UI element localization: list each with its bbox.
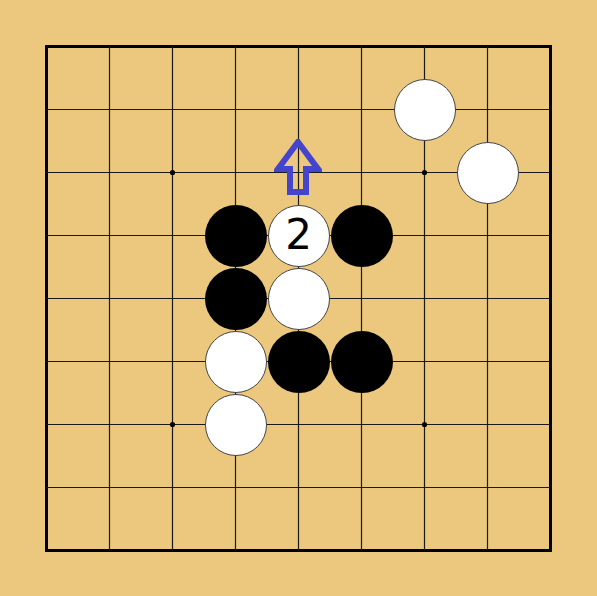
black-stone — [268, 331, 330, 393]
board-cell-r4c0[interactable] — [15, 267, 78, 330]
board-cell-r5c2[interactable] — [141, 330, 204, 393]
board-cell-r3c1[interactable] — [78, 204, 141, 267]
board-cell-r7c7[interactable] — [456, 456, 519, 519]
board-cell-r0c7[interactable] — [456, 15, 519, 78]
board-cell-r6c5[interactable] — [330, 393, 393, 456]
board-cell-r5c7[interactable] — [456, 330, 519, 393]
board-cell-r2c3[interactable] — [204, 141, 267, 204]
board-cell-r4c2[interactable] — [141, 267, 204, 330]
board-cell-r3c0[interactable] — [15, 204, 78, 267]
board-cell-r6c2[interactable] — [141, 393, 204, 456]
board-cell-r4c1[interactable] — [78, 267, 141, 330]
board-cell-r1c7[interactable] — [456, 78, 519, 141]
board-cell-r6c6[interactable] — [393, 393, 456, 456]
board-cell-r1c2[interactable] — [141, 78, 204, 141]
board-cell-r4c4[interactable] — [267, 267, 330, 330]
board-cell-r1c4[interactable] — [267, 78, 330, 141]
board-cell-r3c8[interactable] — [519, 204, 582, 267]
board-cell-r7c0[interactable] — [15, 456, 78, 519]
board-cell-r5c5[interactable] — [330, 330, 393, 393]
board-cell-r1c8[interactable] — [519, 78, 582, 141]
board-cell-r5c1[interactable] — [78, 330, 141, 393]
board-cell-r2c8[interactable] — [519, 141, 582, 204]
board-cell-r7c6[interactable] — [393, 456, 456, 519]
board-cell-r4c5[interactable] — [330, 267, 393, 330]
board-cell-r2c0[interactable] — [15, 141, 78, 204]
board-cell-r0c4[interactable] — [267, 15, 330, 78]
board-cell-r0c8[interactable] — [519, 15, 582, 78]
board-cell-r5c8[interactable] — [519, 330, 582, 393]
board-cell-r5c6[interactable] — [393, 330, 456, 393]
board-cell-r0c5[interactable] — [330, 15, 393, 78]
white-stone — [457, 142, 519, 204]
board-cell-r6c3[interactable] — [204, 393, 267, 456]
black-stone — [205, 205, 267, 267]
board-cell-r8c0[interactable] — [15, 519, 78, 582]
board-cell-r3c4[interactable]: 2 — [267, 204, 330, 267]
board-cell-r3c3[interactable] — [204, 204, 267, 267]
board-cell-r8c5[interactable] — [330, 519, 393, 582]
black-stone — [205, 268, 267, 330]
board-cell-r1c5[interactable] — [330, 78, 393, 141]
board-cell-r4c3[interactable] — [204, 267, 267, 330]
board-cell-r5c0[interactable] — [15, 330, 78, 393]
board-cell-r7c3[interactable] — [204, 456, 267, 519]
board-cell-r2c2[interactable] — [141, 141, 204, 204]
white-stone-move-2: 2 — [268, 205, 330, 267]
black-stone — [331, 205, 393, 267]
go-board-diagram: 2 — [0, 0, 597, 596]
board-cell-r5c3[interactable] — [204, 330, 267, 393]
board-intersections: 2 — [15, 15, 582, 582]
board-cell-r1c1[interactable] — [78, 78, 141, 141]
board-cell-r0c6[interactable] — [393, 15, 456, 78]
board-cell-r7c2[interactable] — [141, 456, 204, 519]
board-cell-r2c5[interactable] — [330, 141, 393, 204]
board-cell-r1c0[interactable] — [15, 78, 78, 141]
board-cell-r4c8[interactable] — [519, 267, 582, 330]
white-stone — [205, 394, 267, 456]
board-cell-r8c7[interactable] — [456, 519, 519, 582]
board-cell-r8c6[interactable] — [393, 519, 456, 582]
board-cell-r0c3[interactable] — [204, 15, 267, 78]
board-cell-r4c6[interactable] — [393, 267, 456, 330]
board-cell-r2c7[interactable] — [456, 141, 519, 204]
board-cell-r0c0[interactable] — [15, 15, 78, 78]
board-cell-r8c8[interactable] — [519, 519, 582, 582]
board-cell-r1c3[interactable] — [204, 78, 267, 141]
move-number-label: 2 — [285, 214, 312, 258]
arrow-up-icon — [274, 139, 322, 196]
board-cell-r7c8[interactable] — [519, 456, 582, 519]
board-cell-r2c6[interactable] — [393, 141, 456, 204]
board-cell-r8c2[interactable] — [141, 519, 204, 582]
board-cell-r6c4[interactable] — [267, 393, 330, 456]
board-cell-r8c1[interactable] — [78, 519, 141, 582]
board-cell-r7c1[interactable] — [78, 456, 141, 519]
board-cell-r3c6[interactable] — [393, 204, 456, 267]
white-stone — [394, 79, 456, 141]
board-cell-r0c2[interactable] — [141, 15, 204, 78]
board-cell-r8c4[interactable] — [267, 519, 330, 582]
board-cell-r6c0[interactable] — [15, 393, 78, 456]
board-cell-r6c8[interactable] — [519, 393, 582, 456]
board-cell-r4c7[interactable] — [456, 267, 519, 330]
board-cell-r6c1[interactable] — [78, 393, 141, 456]
board-cell-r2c1[interactable] — [78, 141, 141, 204]
board-cell-r3c2[interactable] — [141, 204, 204, 267]
black-stone — [331, 331, 393, 393]
board-cell-r7c4[interactable] — [267, 456, 330, 519]
board-cell-r5c4[interactable] — [267, 330, 330, 393]
board-cell-r1c6[interactable] — [393, 78, 456, 141]
board-cell-r8c3[interactable] — [204, 519, 267, 582]
white-stone — [205, 331, 267, 393]
white-stone — [268, 268, 330, 330]
board-cell-r6c7[interactable] — [456, 393, 519, 456]
board-cell-r3c5[interactable] — [330, 204, 393, 267]
board-cell-r7c5[interactable] — [330, 456, 393, 519]
board-cell-r0c1[interactable] — [78, 15, 141, 78]
board-cell-r3c7[interactable] — [456, 204, 519, 267]
